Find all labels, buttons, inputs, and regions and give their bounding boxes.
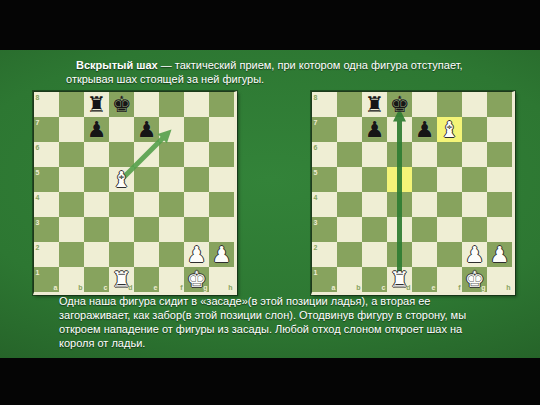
- file-label-h: h: [506, 284, 510, 291]
- square-f7: [437, 117, 462, 142]
- square-g7: [184, 117, 209, 142]
- file-label-e: e: [154, 284, 158, 291]
- square-b6: [59, 142, 84, 167]
- slide-title: Вскрытый шах: [76, 59, 158, 71]
- rank-label-8: 8: [314, 94, 318, 101]
- square-e1: e: [134, 267, 159, 292]
- square-f5: [159, 167, 184, 192]
- square-c3: [84, 217, 109, 242]
- square-f4: [159, 192, 184, 217]
- square-f2: [437, 242, 462, 267]
- square-d5: [387, 167, 412, 192]
- slide-title-paragraph: Вскрытый шах — тактический прием, при ко…: [66, 58, 480, 86]
- square-f3: [437, 217, 462, 242]
- square-h1: h: [487, 267, 512, 292]
- square-e8: [134, 92, 159, 117]
- square-d4: [109, 192, 134, 217]
- board-squares-before: 87654321abcdefgh: [34, 92, 234, 292]
- square-c1: c: [362, 267, 387, 292]
- square-h7: [487, 117, 512, 142]
- file-label-b: b: [356, 284, 360, 291]
- square-d4: [387, 192, 412, 217]
- file-label-a: a: [54, 284, 58, 291]
- square-b2: [337, 242, 362, 267]
- square-b3: [337, 217, 362, 242]
- square-e1: e: [412, 267, 437, 292]
- square-a8: 8: [312, 92, 337, 117]
- rank-label-2: 2: [314, 244, 318, 251]
- square-c7: [362, 117, 387, 142]
- square-h3: [209, 217, 234, 242]
- square-g2: [462, 242, 487, 267]
- square-c8: [362, 92, 387, 117]
- square-e3: [412, 217, 437, 242]
- square-a5: 5: [312, 167, 337, 192]
- square-d7: [387, 117, 412, 142]
- square-h1: h: [209, 267, 234, 292]
- square-f8: [437, 92, 462, 117]
- square-d1: d: [387, 267, 412, 292]
- file-label-c: c: [104, 284, 108, 291]
- square-f5: [437, 167, 462, 192]
- file-label-h: h: [228, 284, 232, 291]
- square-b6: [337, 142, 362, 167]
- slide-explanation: Одна наша фигура сидит в «засаде»(в этой…: [59, 294, 467, 350]
- rank-label-4: 4: [36, 194, 40, 201]
- square-a7: 7: [312, 117, 337, 142]
- square-a2: 2: [312, 242, 337, 267]
- square-a1: 1a: [34, 267, 59, 292]
- square-f8: [159, 92, 184, 117]
- square-e6: [412, 142, 437, 167]
- square-c1: c: [84, 267, 109, 292]
- square-e4: [412, 192, 437, 217]
- square-h4: [487, 192, 512, 217]
- square-c4: [84, 192, 109, 217]
- file-label-a: a: [332, 284, 336, 291]
- square-f1: f: [437, 267, 462, 292]
- square-g4: [462, 192, 487, 217]
- square-e2: [134, 242, 159, 267]
- square-b7: [337, 117, 362, 142]
- square-a2: 2: [34, 242, 59, 267]
- square-c6: [362, 142, 387, 167]
- square-h2: [487, 242, 512, 267]
- rank-label-3: 3: [314, 219, 318, 226]
- square-f1: f: [159, 267, 184, 292]
- square-a8: 8: [34, 92, 59, 117]
- square-h4: [209, 192, 234, 217]
- square-g8: [462, 92, 487, 117]
- square-a1: 1a: [312, 267, 337, 292]
- square-e7: [412, 117, 437, 142]
- square-b2: [59, 242, 84, 267]
- square-b4: [337, 192, 362, 217]
- square-b8: [59, 92, 84, 117]
- square-h6: [209, 142, 234, 167]
- rank-label-5: 5: [314, 169, 318, 176]
- square-f3: [159, 217, 184, 242]
- rank-label-1: 1: [36, 269, 40, 276]
- square-a6: 6: [34, 142, 59, 167]
- square-g6: [462, 142, 487, 167]
- square-b1: b: [59, 267, 84, 292]
- file-label-e: e: [432, 284, 436, 291]
- file-label-f: f: [458, 284, 460, 291]
- square-c2: [84, 242, 109, 267]
- square-d2: [387, 242, 412, 267]
- square-d2: [109, 242, 134, 267]
- square-g1: g: [462, 267, 487, 292]
- rank-label-1: 1: [314, 269, 318, 276]
- square-e5: [412, 167, 437, 192]
- board-squares-after: 87654321abcdefgh: [312, 92, 512, 292]
- file-label-b: b: [78, 284, 82, 291]
- square-c2: [362, 242, 387, 267]
- square-b1: b: [337, 267, 362, 292]
- rank-label-8: 8: [36, 94, 40, 101]
- square-h8: [487, 92, 512, 117]
- file-label-c: c: [382, 284, 386, 291]
- square-h3: [487, 217, 512, 242]
- square-a4: 4: [34, 192, 59, 217]
- square-a6: 6: [312, 142, 337, 167]
- square-e2: [412, 242, 437, 267]
- square-e8: [412, 92, 437, 117]
- slide-background: Вскрытый шах — тактический прием, при ко…: [0, 50, 540, 358]
- rank-label-2: 2: [36, 244, 40, 251]
- square-g3: [184, 217, 209, 242]
- square-d8: [387, 92, 412, 117]
- square-b4: [59, 192, 84, 217]
- square-h2: [209, 242, 234, 267]
- square-g8: [184, 92, 209, 117]
- square-g5: [462, 167, 487, 192]
- rank-label-6: 6: [36, 144, 40, 151]
- square-f7: [159, 117, 184, 142]
- chess-board-before: 87654321abcdefgh ♜♚♟♟♝♟♟♜♚: [33, 91, 237, 295]
- square-b7: [59, 117, 84, 142]
- square-g4: [184, 192, 209, 217]
- square-f4: [437, 192, 462, 217]
- file-label-g: g: [203, 284, 207, 291]
- square-a7: 7: [34, 117, 59, 142]
- square-d6: [387, 142, 412, 167]
- square-g3: [462, 217, 487, 242]
- square-b5: [59, 167, 84, 192]
- rank-label-7: 7: [314, 119, 318, 126]
- square-g1: g: [184, 267, 209, 292]
- file-label-f: f: [180, 284, 182, 291]
- square-g6: [184, 142, 209, 167]
- square-h6: [487, 142, 512, 167]
- square-f2: [159, 242, 184, 267]
- square-f6: [437, 142, 462, 167]
- square-h5: [209, 167, 234, 192]
- square-d5: [109, 167, 134, 192]
- square-a3: 3: [312, 217, 337, 242]
- square-d6: [109, 142, 134, 167]
- square-e4: [134, 192, 159, 217]
- square-c4: [362, 192, 387, 217]
- rank-label-7: 7: [36, 119, 40, 126]
- rank-label-3: 3: [36, 219, 40, 226]
- square-b5: [337, 167, 362, 192]
- square-d1: d: [109, 267, 134, 292]
- square-a3: 3: [34, 217, 59, 242]
- square-g5: [184, 167, 209, 192]
- square-c3: [362, 217, 387, 242]
- square-d3: [387, 217, 412, 242]
- rank-label-6: 6: [314, 144, 318, 151]
- square-g7: [462, 117, 487, 142]
- square-b8: [337, 92, 362, 117]
- square-h8: [209, 92, 234, 117]
- square-b3: [59, 217, 84, 242]
- square-e7: [134, 117, 159, 142]
- square-c8: [84, 92, 109, 117]
- rank-label-4: 4: [314, 194, 318, 201]
- file-label-d: d: [128, 284, 132, 291]
- square-h7: [209, 117, 234, 142]
- square-e5: [134, 167, 159, 192]
- chess-board-after: 87654321abcdefgh ♜♚♟♟♝♟♟♜♚: [311, 91, 515, 295]
- square-a5: 5: [34, 167, 59, 192]
- square-d3: [109, 217, 134, 242]
- square-a4: 4: [312, 192, 337, 217]
- square-h5: [487, 167, 512, 192]
- square-c7: [84, 117, 109, 142]
- square-g2: [184, 242, 209, 267]
- square-d8: [109, 92, 134, 117]
- file-label-g: g: [481, 284, 485, 291]
- rank-label-5: 5: [36, 169, 40, 176]
- square-d7: [109, 117, 134, 142]
- square-f6: [159, 142, 184, 167]
- square-e6: [134, 142, 159, 167]
- square-c6: [84, 142, 109, 167]
- file-label-d: d: [406, 284, 410, 291]
- square-c5: [84, 167, 109, 192]
- square-c5: [362, 167, 387, 192]
- square-e3: [134, 217, 159, 242]
